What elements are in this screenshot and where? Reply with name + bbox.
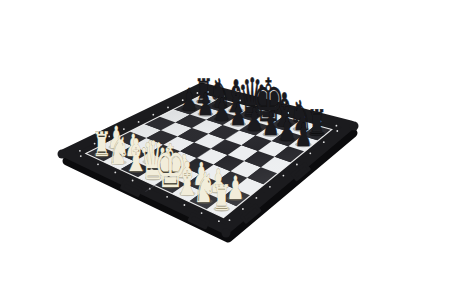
frame-dot: [79, 150, 81, 152]
frame-dot: [167, 107, 169, 109]
chess-set-photo-scene: ♜♞♟♝♟♛♟♚♟♝♞♟♜♟♟♟♟♟♜♟♞♟♝♟♛♟♚♟♝♟♞♜: [0, 0, 460, 306]
corner-foot: [350, 122, 359, 131]
frame-dot: [201, 212, 203, 214]
frame-dot: [269, 186, 271, 188]
corner-foot: [58, 150, 67, 159]
frame-dot: [152, 114, 154, 116]
frame-dot: [283, 175, 285, 177]
corner-foot: [222, 229, 231, 238]
frame-dot: [229, 219, 231, 221]
piece-black-pawn-b7: ♟: [197, 86, 214, 122]
piece-black-pawn-h7: ♟: [294, 115, 312, 152]
frame-dot: [256, 197, 258, 199]
piece-black-pawn-e7: ♟: [246, 101, 263, 137]
piece-white-rook-h1: ♜: [212, 178, 232, 219]
frame-dot: [336, 130, 338, 132]
chess-board-svg: ♜♞♟♝♟♛♟♚♟♝♞♟♜♟♟♟♟♟♜♟♞♟♝♟♛♟♚♟♝♟♞♜: [0, 0, 460, 306]
frame-dot: [80, 155, 82, 157]
frame-dot: [296, 164, 298, 166]
piece-black-pawn-d7: ♟: [229, 96, 246, 132]
frame-dot: [242, 208, 244, 210]
frame-dot: [336, 125, 338, 127]
frame-dot: [218, 220, 220, 222]
piece-black-pawn-a7: ♟: [181, 82, 198, 117]
piece-black-pawn-c7: ♟: [213, 91, 230, 127]
piece-black-pawn-g7: ♟: [278, 110, 296, 147]
frame-dot: [138, 121, 140, 123]
piece-black-pawn-f7: ♟: [262, 107, 280, 143]
